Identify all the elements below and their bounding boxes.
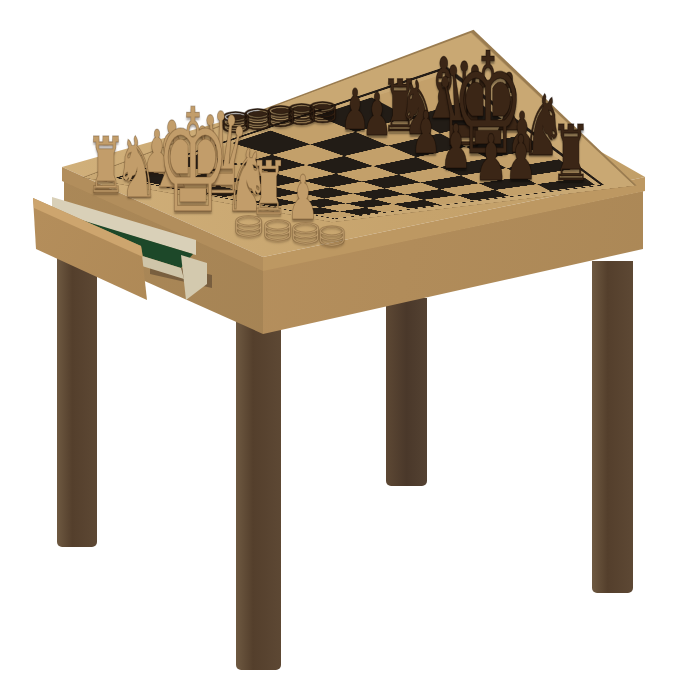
black-pawn[interactable]: ♟ [362, 85, 393, 144]
table-leg-left [57, 243, 97, 547]
white-knight[interactable]: ♞ [115, 127, 159, 211]
black-rook[interactable]: ♜ [551, 115, 591, 192]
white-king[interactable]: ♚ [156, 90, 230, 233]
white-checker-stack[interactable]: ⛁ [264, 216, 293, 246]
white-checker-stack[interactable]: ⛁ [319, 223, 346, 251]
table-leg-right [592, 261, 633, 593]
white-checker-stack[interactable]: ⛁ [292, 219, 321, 249]
black-pawn[interactable]: ♟ [505, 127, 537, 188]
black-pawn[interactable]: ♟ [474, 126, 507, 190]
white-checker-stack[interactable]: ⛁ [235, 212, 264, 242]
black-pawn[interactable]: ♟ [440, 116, 472, 177]
table-leg-front [236, 318, 281, 670]
table-leg-back [386, 298, 427, 486]
